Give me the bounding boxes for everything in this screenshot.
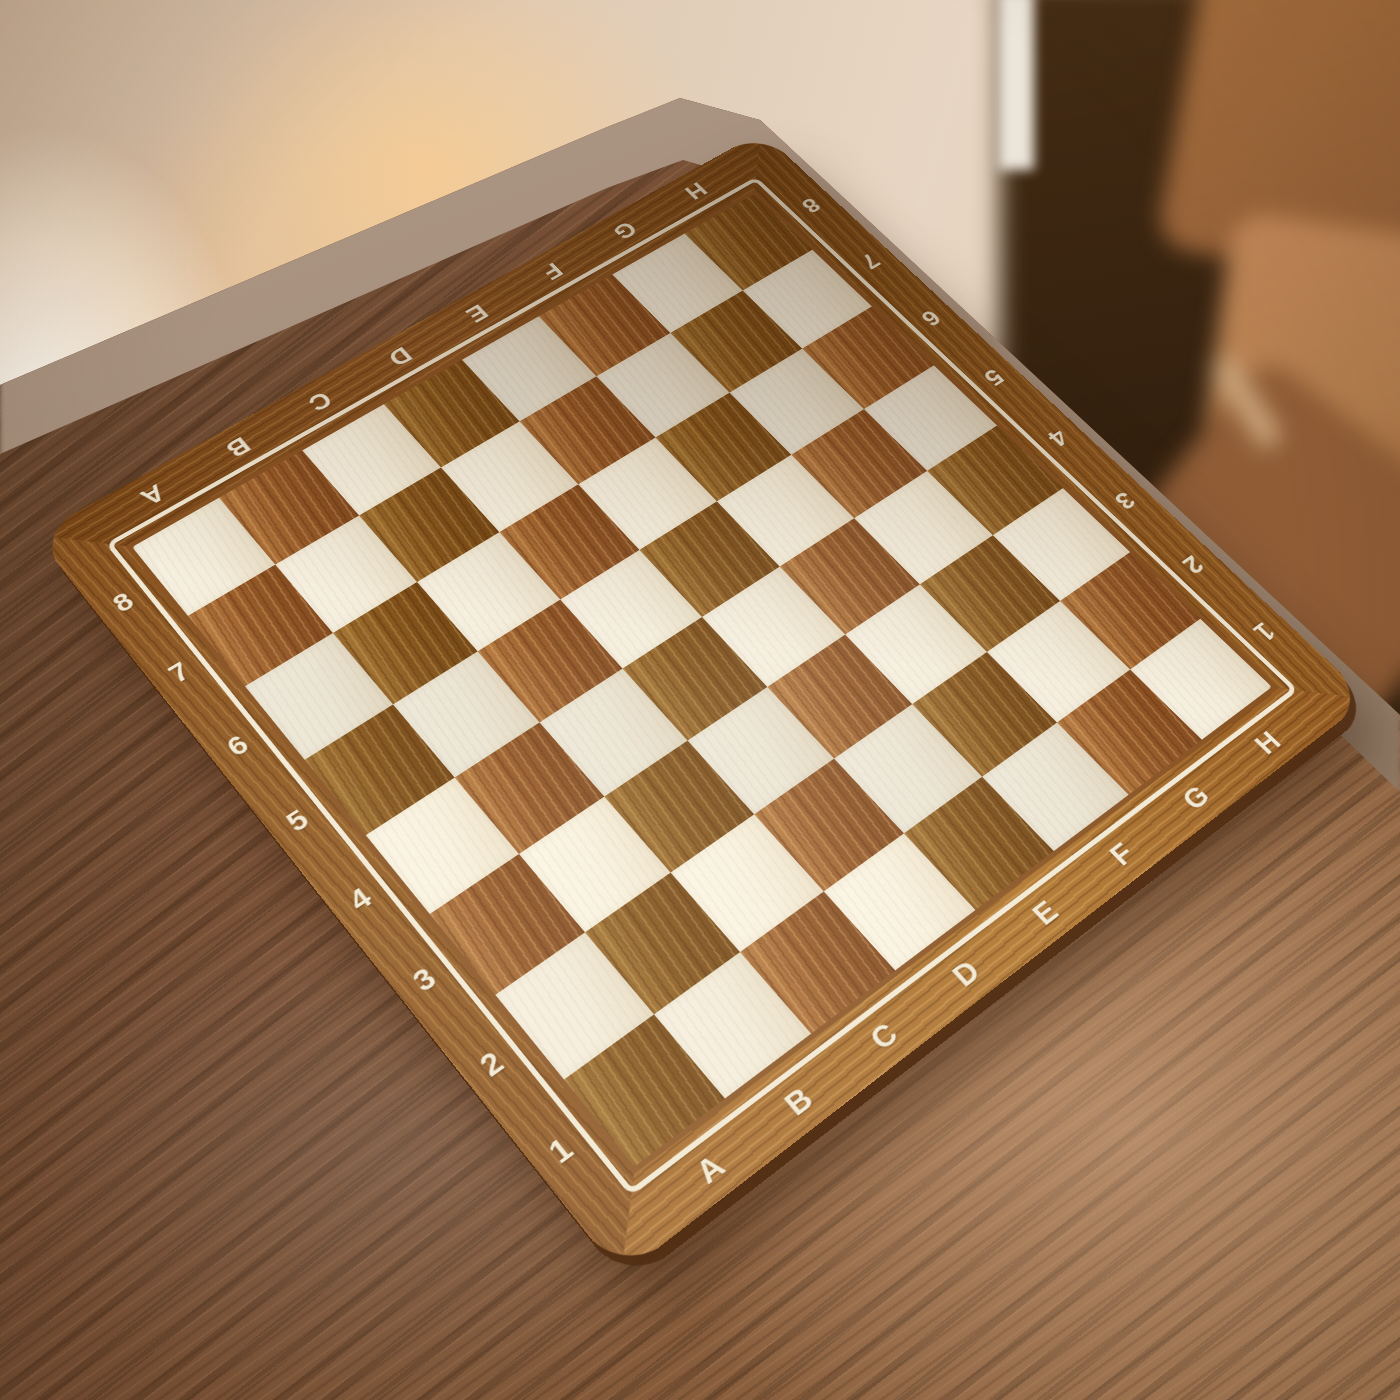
scene: ABCDEFGH ABCDEFGH 87654321 87654321 xyxy=(0,0,1400,1400)
